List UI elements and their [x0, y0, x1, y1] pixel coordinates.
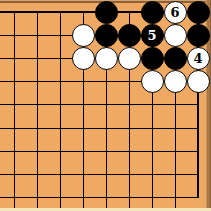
white-stone: [72, 24, 95, 47]
white-stone: [164, 70, 187, 93]
black-stone: [95, 1, 118, 24]
black-stone: [187, 1, 210, 24]
black-stone: [141, 47, 164, 70]
black-stone: [141, 1, 164, 24]
white-stone: [118, 47, 141, 70]
black-stone: [118, 24, 141, 47]
move-number-label: 6: [170, 6, 179, 19]
grid-hline: [0, 151, 199, 152]
white-stone-move-4: 4: [187, 47, 210, 70]
white-stone: [72, 47, 95, 70]
grid-vline: [14, 11, 15, 208]
black-stone: [164, 47, 187, 70]
white-stone: [187, 70, 210, 93]
move-number-label: 5: [147, 29, 156, 42]
black-stone-move-5: 5: [141, 24, 164, 47]
move-number-label: 4: [193, 52, 202, 65]
grid-hline: [0, 174, 199, 175]
grid-hline: [0, 197, 199, 198]
white-stone-move-6: 6: [164, 1, 187, 24]
white-stone: [141, 70, 164, 93]
go-board[interactable]: 654: [0, 0, 211, 211]
black-stone: [187, 24, 210, 47]
grid-vline: [60, 11, 61, 208]
black-stone: [95, 24, 118, 47]
board-frame-bottom: [0, 208, 211, 211]
grid-vline: [37, 11, 38, 208]
white-stone: [164, 24, 187, 47]
grid-hline: [0, 128, 199, 129]
white-stone: [95, 47, 118, 70]
grid-hline: [0, 104, 199, 105]
